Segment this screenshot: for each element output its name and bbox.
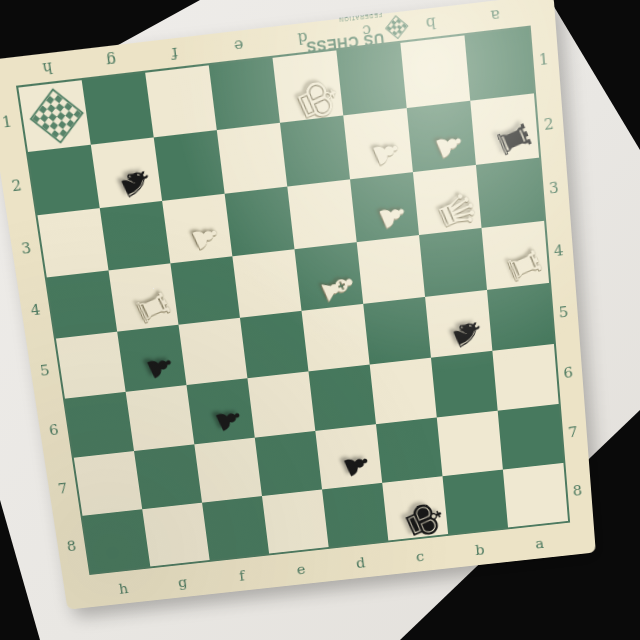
rank-label-5: 5 <box>556 281 570 343</box>
square-d2 <box>280 115 350 186</box>
file-label-a: a <box>509 532 570 555</box>
square-h2 <box>28 145 100 216</box>
square-c2: ♟ <box>343 108 413 179</box>
rank-label-1: 1 <box>0 89 17 154</box>
white-pawn-b2: ♟ <box>429 126 468 164</box>
square-c8: ♚ <box>382 476 448 540</box>
file-label-d: d <box>330 552 391 575</box>
square-f7 <box>194 438 262 503</box>
file-label-g: g <box>78 47 144 73</box>
square-g6 <box>126 385 195 451</box>
white-pawn-f3: ♟ <box>186 218 225 255</box>
square-g2: ♞ <box>91 137 162 208</box>
square-e5 <box>240 311 309 378</box>
white-rook-a4: ♜ <box>500 242 549 289</box>
square-f3: ♟ <box>162 194 232 264</box>
square-d3 <box>287 179 356 249</box>
black-knight-g2: ♞ <box>112 160 159 206</box>
file-label-d: d <box>270 25 336 52</box>
square-c5 <box>363 297 431 365</box>
file-label-f: f <box>211 565 272 588</box>
file-label-c: c <box>334 17 400 44</box>
playing-area: ♚♞♟♟♜♟♟♛♜♝♜♟♞♟♟♚ <box>16 26 570 575</box>
square-e6 <box>247 371 315 437</box>
us-chess-board-emblem-icon <box>30 88 84 144</box>
rank-label-3: 3 <box>546 156 561 220</box>
square-h5 <box>56 332 126 399</box>
rank-label-4: 4 <box>26 279 45 341</box>
rank-label-6: 6 <box>561 342 575 403</box>
square-h6 <box>65 392 134 458</box>
black-rook-a2: ♜ <box>489 115 538 164</box>
square-e8 <box>262 489 329 553</box>
rank-label-7: 7 <box>54 459 72 518</box>
square-c1 <box>336 43 406 116</box>
file-label-c: c <box>389 545 450 568</box>
square-d7: ♟ <box>315 424 382 489</box>
rank-label-2: 2 <box>541 91 556 156</box>
white-pawn-c3: ♟ <box>373 197 412 235</box>
square-b2: ♟ <box>407 101 476 172</box>
square-c6 <box>370 358 437 425</box>
file-label-g: g <box>152 571 213 594</box>
vinyl-chess-board: US CHESS FEDERATION hgfedcba hgfedcba 12… <box>0 0 596 610</box>
board-grid: ♚♞♟♟♜♟♟♛♜♝♜♟♞♟♟♚ <box>18 28 568 573</box>
square-b1 <box>400 35 470 108</box>
square-f8 <box>202 496 269 560</box>
square-d5 <box>302 304 370 372</box>
square-a4: ♜ <box>482 221 550 290</box>
square-e3 <box>225 187 295 257</box>
square-h1 <box>18 80 90 152</box>
square-a8 <box>503 463 568 528</box>
rank-label-2: 2 <box>7 153 26 217</box>
file-label-e: e <box>270 558 331 581</box>
rank-label-7: 7 <box>566 402 580 462</box>
black-pawn-g5: ♟ <box>140 348 178 384</box>
square-h7 <box>74 451 142 516</box>
square-c4 <box>357 235 425 304</box>
square-f5 <box>178 318 247 385</box>
rank-label-1: 1 <box>536 26 551 93</box>
square-e2 <box>217 123 288 194</box>
square-g5: ♟ <box>117 325 186 392</box>
file-label-h: h <box>15 55 81 81</box>
square-h3 <box>37 208 108 277</box>
white-rook-g4: ♜ <box>128 284 177 330</box>
square-b8 <box>442 470 508 534</box>
black-knight-b5: ♞ <box>444 311 490 355</box>
square-h4 <box>47 270 117 338</box>
square-b5: ♞ <box>425 290 492 358</box>
square-a7 <box>498 404 564 470</box>
file-label-e: e <box>206 32 272 59</box>
square-e4 <box>232 249 301 318</box>
square-f6: ♟ <box>186 378 254 444</box>
square-f4 <box>170 256 240 324</box>
square-b7 <box>437 411 503 477</box>
photo-canvas: US CHESS FEDERATION hgfedcba hgfedcba 12… <box>0 0 640 640</box>
square-a2: ♜ <box>470 93 539 165</box>
square-g3 <box>100 201 171 270</box>
rank-label-8: 8 <box>63 517 81 575</box>
white-pawn-c2: ♟ <box>366 133 405 171</box>
square-a5 <box>487 283 554 351</box>
file-label-a: a <box>462 2 528 29</box>
rank-label-8: 8 <box>570 461 584 520</box>
rank-label-5: 5 <box>35 340 54 401</box>
square-e1 <box>209 58 280 130</box>
square-f1 <box>145 65 217 137</box>
square-a1 <box>464 28 533 101</box>
square-d6 <box>308 365 376 431</box>
rank-label-3: 3 <box>17 217 36 280</box>
square-f2 <box>154 130 225 201</box>
square-h8 <box>83 509 151 573</box>
square-e7 <box>255 431 322 496</box>
square-a3 <box>476 158 544 228</box>
file-label-h: h <box>93 577 154 600</box>
black-pawn-d7: ♟ <box>337 447 375 482</box>
square-b6 <box>431 351 498 418</box>
square-d1: ♚ <box>273 50 344 122</box>
black-pawn-f6: ♟ <box>209 401 247 437</box>
file-label-b: b <box>449 539 510 562</box>
photo-corner-shadow-bottom-left <box>0 500 40 640</box>
file-label-b: b <box>398 10 464 37</box>
square-a6 <box>492 344 558 411</box>
square-d8 <box>322 483 388 547</box>
square-g1 <box>82 73 154 145</box>
square-b3: ♛ <box>413 165 482 235</box>
square-b4 <box>419 228 487 297</box>
square-c7 <box>376 417 443 482</box>
file-label-f: f <box>142 40 208 67</box>
square-c3: ♟ <box>350 172 419 242</box>
square-d4: ♝ <box>294 242 363 311</box>
rank-label-6: 6 <box>45 400 63 460</box>
square-g4: ♜ <box>109 263 179 331</box>
rank-label-4: 4 <box>551 219 565 282</box>
square-g8 <box>142 503 209 567</box>
square-g7 <box>134 444 202 509</box>
